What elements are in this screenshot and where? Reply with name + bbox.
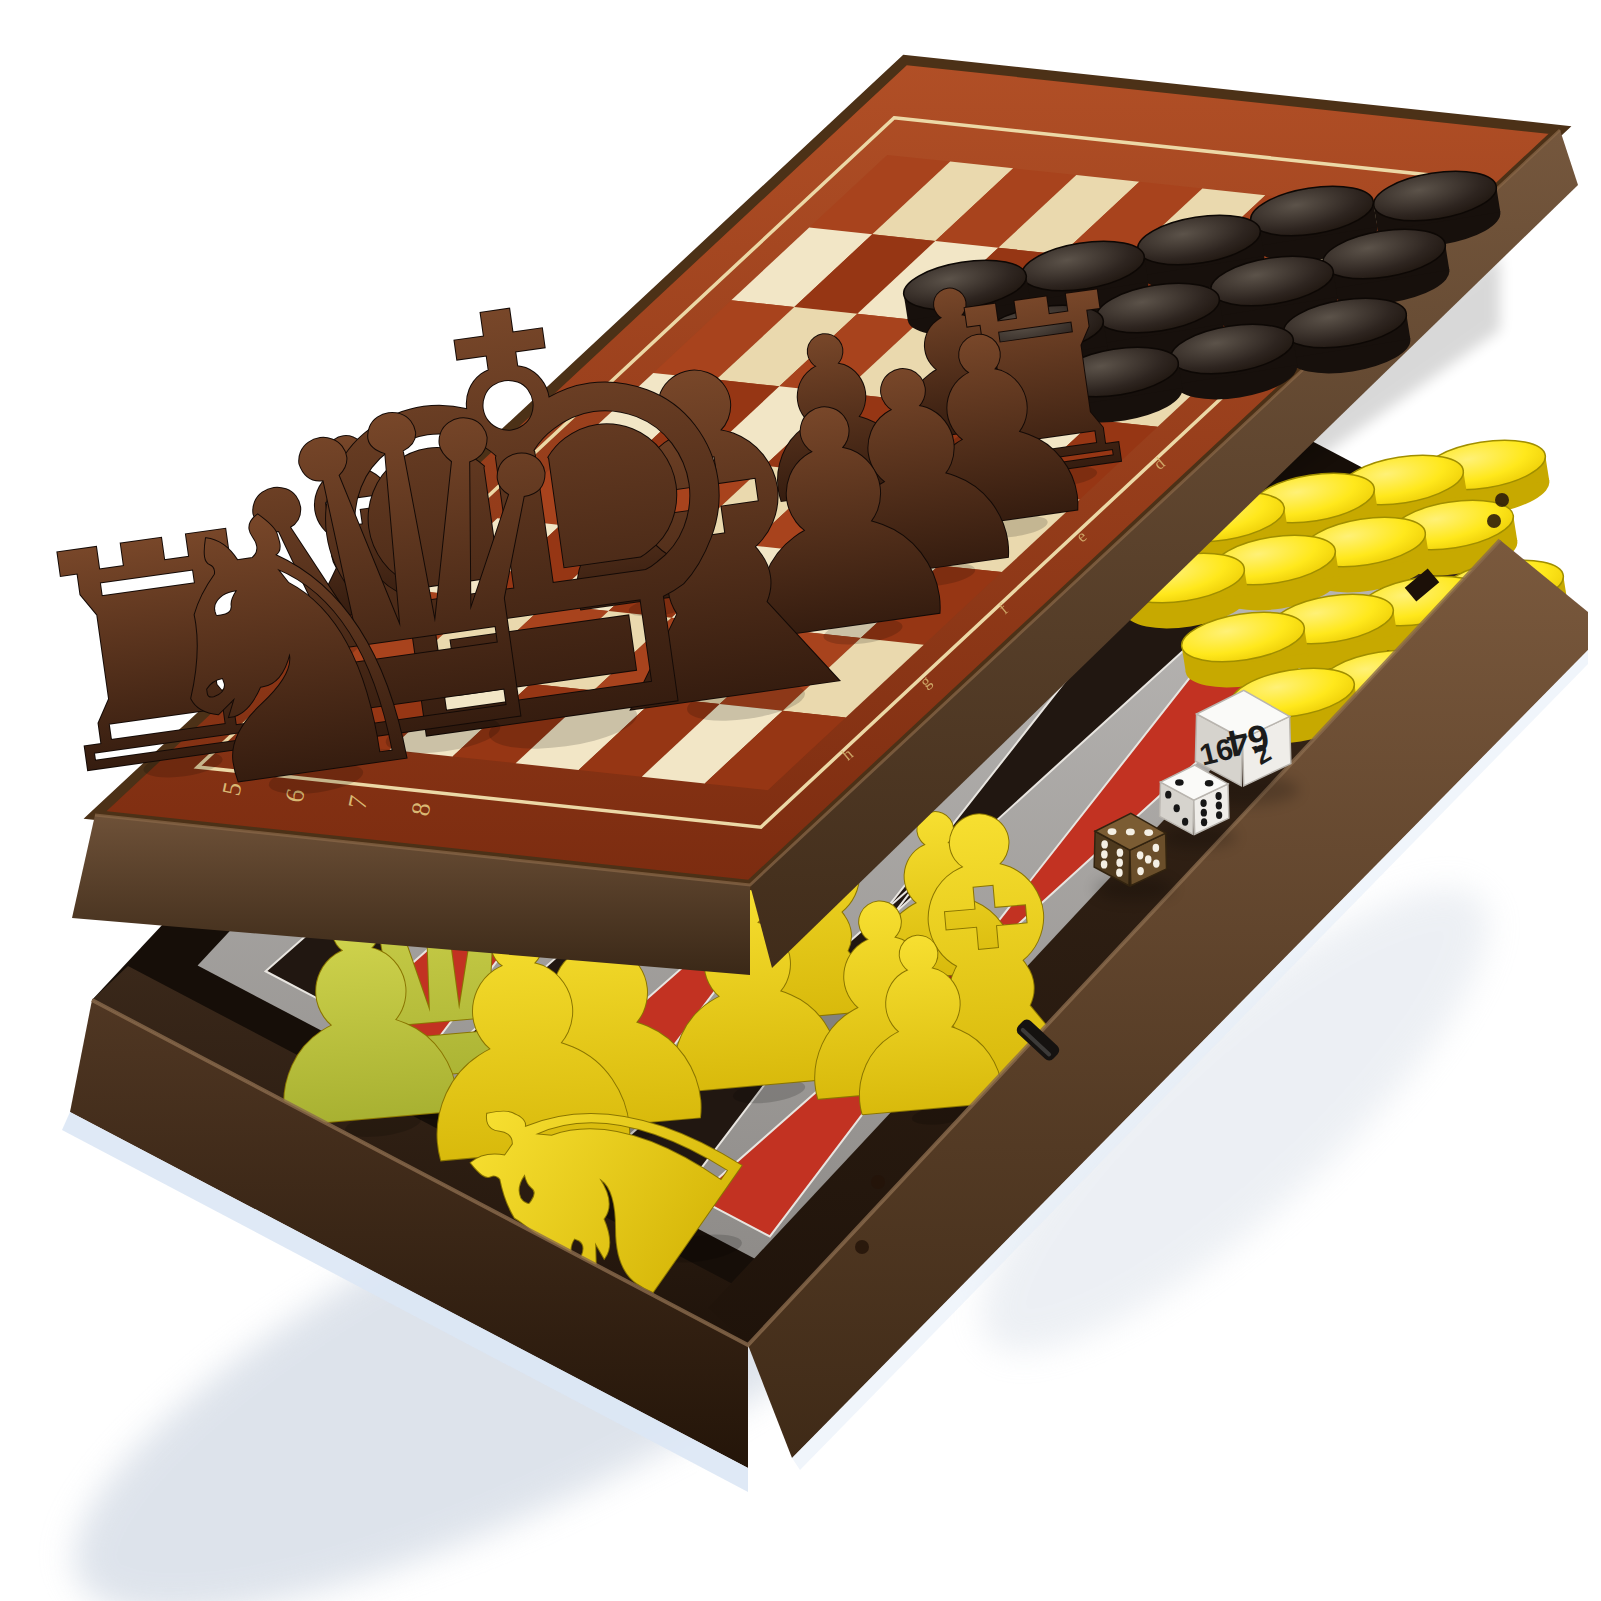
screw-hole xyxy=(1495,493,1509,507)
scene-canvas: ♟♝♝♟♟♛♟♟♟♟♞641625678cdefgh♟♜♟♟♟♟♝♟♝♚♛♜♞ xyxy=(0,0,1601,1601)
screw-hole xyxy=(871,1175,885,1189)
screw-hole xyxy=(1487,514,1501,528)
screw-hole xyxy=(855,1240,869,1254)
dark-knight-piece: ♞ xyxy=(100,421,476,878)
game-box-photo: ♟♝♝♟♟♛♟♟♟♟♞641625678cdefgh♟♜♟♟♟♟♝♟♝♚♛♜♞ … xyxy=(0,0,1601,1601)
